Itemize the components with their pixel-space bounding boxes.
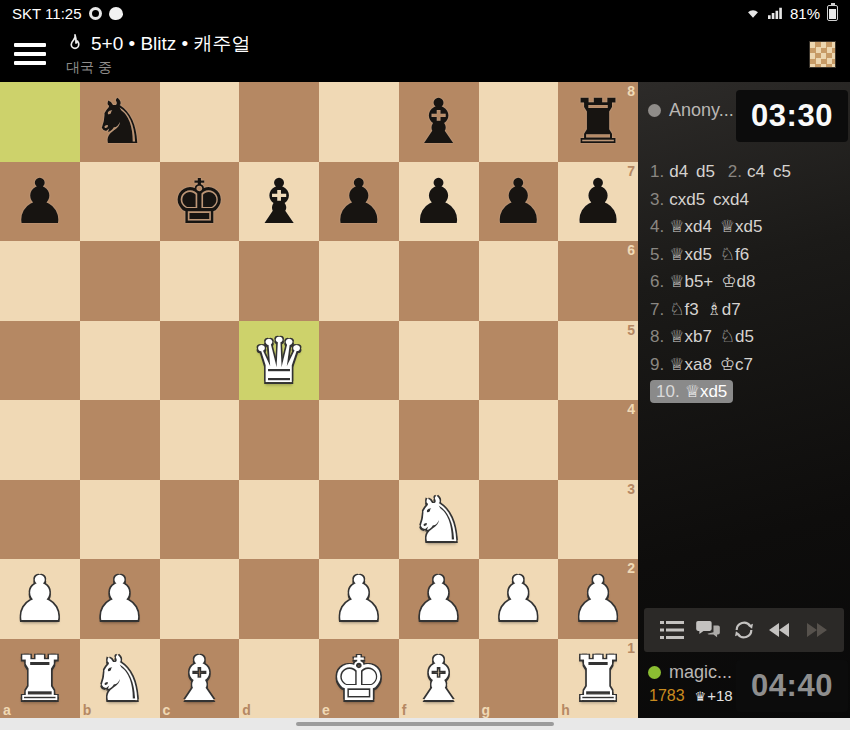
- online-dot-icon: [648, 666, 661, 679]
- captured-queen-icon: ♛: [695, 689, 707, 704]
- square-f5[interactable]: [399, 321, 479, 401]
- white-pawn: ♟: [80, 559, 160, 638]
- move[interactable]: ♕xd5: [685, 382, 728, 401]
- file-label-f: f: [402, 702, 407, 718]
- top-player-name-row[interactable]: Anony...: [648, 100, 734, 121]
- square-g6[interactable]: [479, 241, 559, 321]
- square-a6[interactable]: [0, 241, 80, 321]
- square-b2[interactable]: ♟: [80, 559, 160, 639]
- bottom-player-row: magic... 1783 ♛ +18 04:40: [638, 652, 850, 718]
- bottom-player-info: magic... 1783 ♛ +18: [648, 660, 733, 705]
- square-d1[interactable]: d: [239, 639, 319, 719]
- square-d8[interactable]: [239, 82, 319, 162]
- white-king: ♚: [319, 639, 399, 718]
- square-g4[interactable]: [479, 400, 559, 480]
- square-e5[interactable]: [319, 321, 399, 401]
- file-label-a: a: [3, 702, 11, 718]
- side-panel: Anony... 03:30 1.d4d5 2.c4c5 3.cxd5cxd4 …: [638, 82, 850, 718]
- square-e8[interactable]: [319, 82, 399, 162]
- square-h5[interactable]: 5: [558, 321, 638, 401]
- white-bishop: ♝: [160, 639, 240, 718]
- square-f6[interactable]: [399, 241, 479, 321]
- black-pawn: ♟: [479, 162, 559, 241]
- rank-label-7: 7: [627, 163, 635, 179]
- move-number: 10.: [656, 382, 680, 401]
- carrier-time-label: SKT 11:25: [12, 5, 82, 22]
- move[interactable]: cxd4: [713, 190, 749, 209]
- white-pawn: ♟: [399, 559, 479, 638]
- square-c4[interactable]: [160, 400, 240, 480]
- top-player-name: Anony...: [669, 100, 734, 121]
- square-b6[interactable]: [80, 241, 160, 321]
- bottom-player-name-row[interactable]: magic...: [648, 662, 733, 683]
- move[interactable]: ♔d8: [721, 272, 755, 291]
- square-a5[interactable]: [0, 321, 80, 401]
- move-number: 9.: [650, 355, 664, 374]
- black-pawn: ♟: [399, 162, 479, 241]
- square-g3[interactable]: [479, 480, 559, 560]
- top-player-row: Anony... 03:30: [638, 82, 850, 148]
- move[interactable]: ♘f6: [720, 245, 749, 264]
- square-f4[interactable]: [399, 400, 479, 480]
- square-h2[interactable]: ♟2: [558, 559, 638, 639]
- chess-board[interactable]: ♞♝♜8♟♚♝♟♟♟♟76♛54♞3♟♟♟♟♟♟2♜a♞b♝cd♚e♝fg♜1h: [0, 82, 638, 718]
- square-c2[interactable]: [160, 559, 240, 639]
- black-bishop: ♝: [239, 162, 319, 241]
- square-c6[interactable]: [160, 241, 240, 321]
- square-d2[interactable]: [239, 559, 319, 639]
- status-bar: SKT 11:25 81%: [0, 0, 850, 26]
- signal-icon: [768, 6, 783, 20]
- move-number: 6.: [650, 272, 664, 291]
- square-b4[interactable]: [80, 400, 160, 480]
- square-e3[interactable]: [319, 480, 399, 560]
- move-number: 5.: [650, 245, 664, 264]
- white-queen: ♛: [239, 321, 319, 400]
- file-label-e: e: [322, 702, 330, 718]
- white-pawn: ♟: [479, 559, 559, 638]
- move[interactable]: ♕xd4: [669, 217, 712, 236]
- square-g8[interactable]: [479, 82, 559, 162]
- white-pawn: ♟: [319, 559, 399, 638]
- square-e6[interactable]: [319, 241, 399, 321]
- square-a4[interactable]: [0, 400, 80, 480]
- rank-label-4: 4: [627, 401, 635, 417]
- rank-label-6: 6: [627, 242, 635, 258]
- move[interactable]: ♕xb7: [669, 327, 712, 346]
- move[interactable]: ♕b5+: [669, 272, 713, 291]
- move[interactable]: ♕xd5: [720, 217, 763, 236]
- rank-label-3: 3: [627, 481, 635, 497]
- move[interactable]: ♔c7: [720, 355, 753, 374]
- file-label-g: g: [482, 702, 491, 718]
- move[interactable]: c4: [747, 162, 765, 181]
- square-f3[interactable]: ♞: [399, 480, 479, 560]
- square-g7[interactable]: ♟: [479, 162, 559, 242]
- move[interactable]: ♕xd5: [669, 245, 712, 264]
- game-title: 5+0 • Blitz • 캐주얼: [91, 31, 251, 57]
- rewind-button[interactable]: [765, 617, 795, 643]
- flip-board-button[interactable]: [729, 617, 759, 643]
- gesture-bar[interactable]: [0, 718, 850, 730]
- white-bishop: ♝: [399, 639, 479, 718]
- chat-button[interactable]: [693, 617, 723, 643]
- blitz-flame-icon: [66, 32, 84, 57]
- move[interactable]: ♗d7: [707, 300, 741, 319]
- bottom-player-name: magic...: [669, 662, 732, 683]
- square-h6[interactable]: 6: [558, 241, 638, 321]
- square-c5[interactable]: [160, 321, 240, 401]
- file-label-c: c: [163, 702, 171, 718]
- app-header: 5+0 • Blitz • 캐주얼 대국 중: [0, 26, 850, 82]
- move-number: 1.: [650, 162, 664, 181]
- square-h1[interactable]: ♜1h: [558, 639, 638, 719]
- square-f2[interactable]: ♟: [399, 559, 479, 639]
- square-a1[interactable]: ♜a: [0, 639, 80, 719]
- white-knight: ♞: [399, 480, 479, 559]
- panel-spacer: [638, 414, 850, 608]
- square-h4[interactable]: 4: [558, 400, 638, 480]
- move-number: 8.: [650, 327, 664, 346]
- current-move[interactable]: 10.♕xd5: [650, 380, 733, 403]
- top-player-clock: 03:30: [736, 90, 848, 142]
- square-b5[interactable]: [80, 321, 160, 401]
- square-b3[interactable]: [80, 480, 160, 560]
- square-e4[interactable]: [319, 400, 399, 480]
- rank-label-1: 1: [627, 640, 635, 656]
- square-f7[interactable]: ♟: [399, 162, 479, 242]
- file-label-h: h: [561, 702, 570, 718]
- square-d5[interactable]: ♛: [239, 321, 319, 401]
- white-knight: ♞: [80, 639, 160, 718]
- square-d3[interactable]: [239, 480, 319, 560]
- square-d7[interactable]: ♝: [239, 162, 319, 242]
- menu-button[interactable]: [14, 39, 46, 69]
- square-c1[interactable]: ♝c: [160, 639, 240, 719]
- square-a8[interactable]: [0, 82, 80, 162]
- square-a2[interactable]: ♟: [0, 559, 80, 639]
- app-screen: SKT 11:25 81%: [0, 0, 850, 730]
- move-number: 4.: [650, 217, 664, 236]
- square-e1[interactable]: ♚e: [319, 639, 399, 719]
- file-label-b: b: [83, 702, 92, 718]
- white-pawn: ♟: [558, 559, 638, 638]
- bottom-player-rating: 1783: [649, 687, 685, 705]
- battery-icon: [827, 5, 838, 21]
- bottom-player-clock: 04:40: [736, 660, 848, 712]
- rank-label-8: 8: [627, 83, 635, 99]
- square-g1[interactable]: g: [479, 639, 559, 719]
- square-f8[interactable]: ♝: [399, 82, 479, 162]
- controls-bar: [644, 608, 844, 652]
- white-rook: ♜: [0, 639, 80, 718]
- square-e2[interactable]: ♟: [319, 559, 399, 639]
- move[interactable]: ♘d5: [720, 327, 754, 346]
- white-rook: ♜: [558, 639, 638, 718]
- rank-label-5: 5: [627, 322, 635, 338]
- square-h7[interactable]: ♟7: [558, 162, 638, 242]
- board-thumbnail-icon[interactable]: [809, 41, 836, 68]
- black-rook: ♜: [558, 82, 638, 161]
- fast-forward-button[interactable]: [801, 617, 831, 643]
- material-advantage: ♛ +18: [695, 687, 733, 704]
- square-b8[interactable]: ♞: [80, 82, 160, 162]
- square-a7[interactable]: ♟: [0, 162, 80, 242]
- file-label-d: d: [242, 702, 251, 718]
- square-c7[interactable]: ♚: [160, 162, 240, 242]
- square-b1[interactable]: ♞b: [80, 639, 160, 719]
- rank-label-2: 2: [627, 560, 635, 576]
- move-list[interactable]: 1.d4d5 2.c4c5 3.cxd5cxd4 4.♕xd4♕xd5 5.♕x…: [638, 148, 850, 414]
- black-knight: ♞: [80, 82, 160, 161]
- move[interactable]: ♕xa8: [669, 355, 712, 374]
- move-number: 3.: [650, 190, 664, 209]
- material-advantage-value: +18: [707, 687, 732, 704]
- square-c8[interactable]: [160, 82, 240, 162]
- white-pawn: ♟: [0, 559, 80, 638]
- square-g2[interactable]: ♟: [479, 559, 559, 639]
- square-f1[interactable]: ♝f: [399, 639, 479, 719]
- move-number: 7.: [650, 300, 664, 319]
- wifi-icon: [745, 6, 761, 20]
- square-e7[interactable]: ♟: [319, 162, 399, 242]
- game-status-label: 대국 중: [66, 59, 251, 77]
- black-king: ♚: [160, 162, 240, 241]
- square-g5[interactable]: [479, 321, 559, 401]
- square-b7[interactable]: [80, 162, 160, 242]
- square-d4[interactable]: [239, 400, 319, 480]
- move-list-button[interactable]: [657, 617, 687, 643]
- move[interactable]: ♘f3: [669, 300, 698, 319]
- square-h8[interactable]: ♜8: [558, 82, 638, 162]
- gesture-handle[interactable]: [296, 722, 554, 726]
- game-title-block: 5+0 • Blitz • 캐주얼 대국 중: [66, 31, 251, 77]
- black-pawn: ♟: [558, 162, 638, 241]
- square-d6[interactable]: [239, 241, 319, 321]
- move[interactable]: cxd5: [669, 190, 705, 209]
- move[interactable]: d4: [669, 162, 688, 181]
- square-a3[interactable]: [0, 480, 80, 560]
- square-h3[interactable]: 3: [558, 480, 638, 560]
- black-bishop: ♝: [399, 82, 479, 161]
- notification-icon-kakao: [109, 7, 123, 20]
- notification-icon-circle: [89, 7, 102, 20]
- move[interactable]: d5: [696, 162, 715, 181]
- black-pawn: ♟: [319, 162, 399, 241]
- square-c3[interactable]: [160, 480, 240, 560]
- move[interactable]: c5: [773, 162, 791, 181]
- battery-percent-label: 81%: [790, 5, 820, 22]
- move-number: 2.: [728, 162, 742, 181]
- offline-dot-icon: [648, 104, 661, 117]
- black-pawn: ♟: [0, 162, 80, 241]
